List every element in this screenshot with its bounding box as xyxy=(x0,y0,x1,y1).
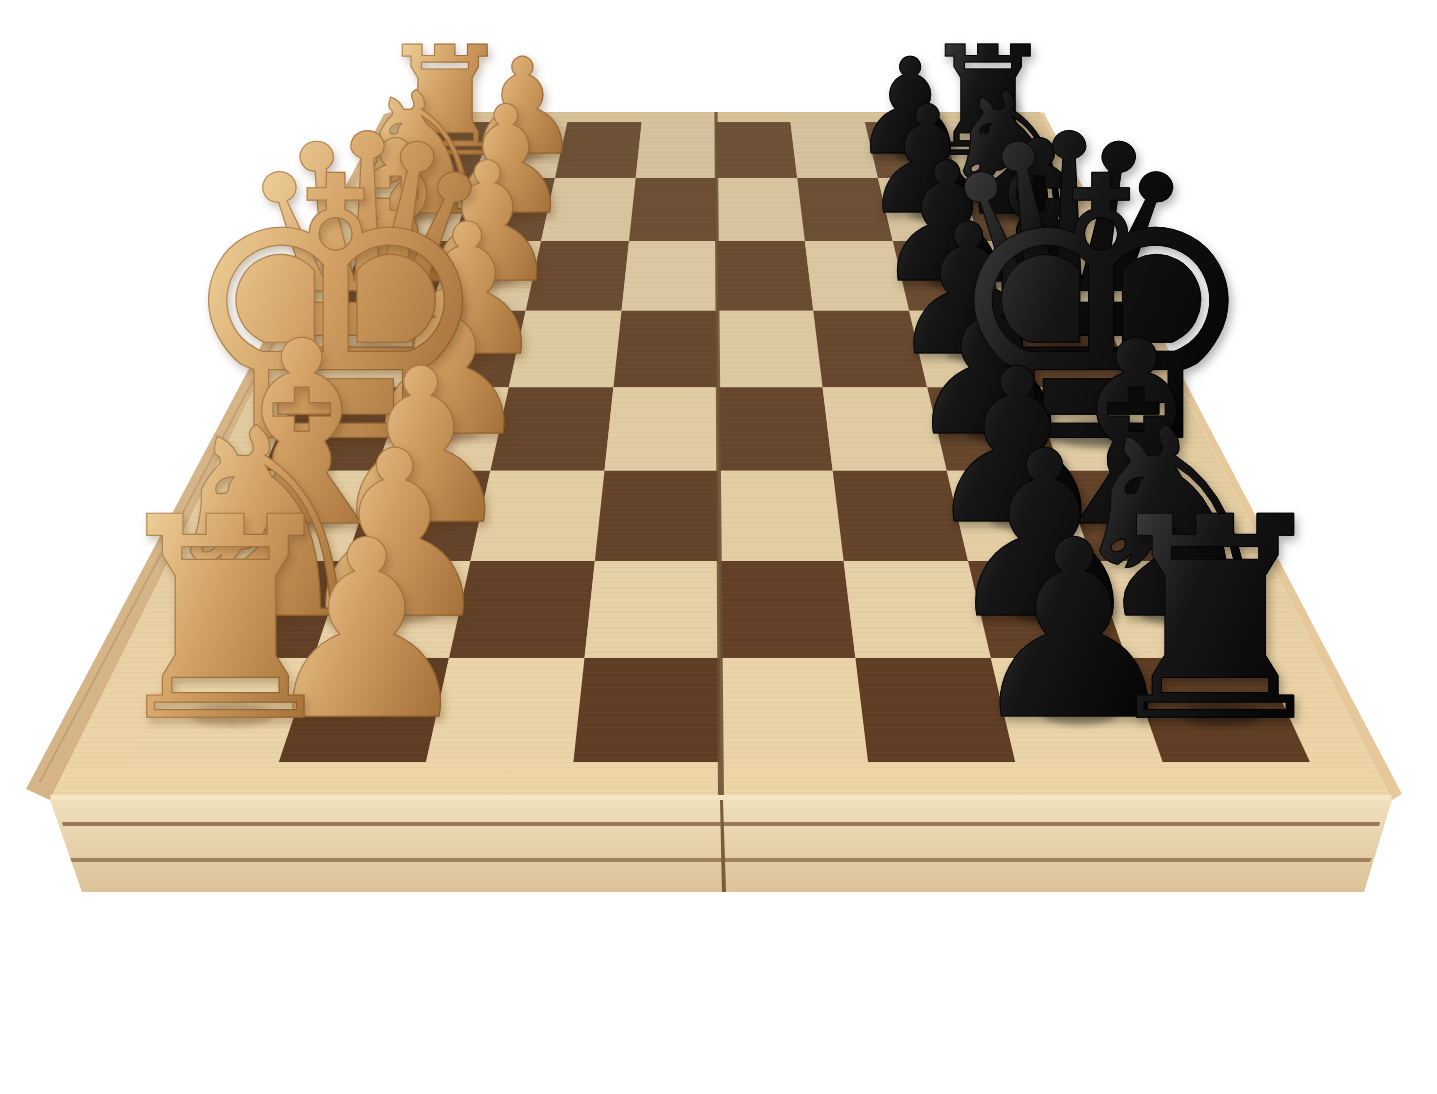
front-face-groove-lower xyxy=(70,858,1372,862)
piece-white-rook-h1[interactable]: ♜ xyxy=(100,481,350,760)
piece-black-rook-h8[interactable]: ♜ xyxy=(1090,481,1340,760)
chess-photo-stage: ♜♟♟♜♞♟♟♞♝♟♟♝♛♟♟♛♚♟♟♚♝♟♟♝♞♟♟♞♜♟♟♜ xyxy=(0,0,1437,1094)
